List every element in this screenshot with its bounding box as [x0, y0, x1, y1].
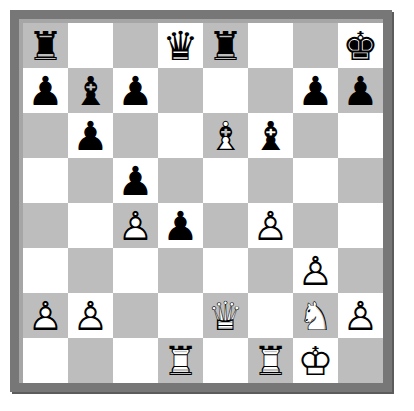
square-a2[interactable]: ♟♙ [23, 293, 68, 338]
square-c1[interactable] [113, 338, 158, 383]
white-piece-outline: ♖ [253, 341, 289, 381]
square-g5[interactable] [293, 158, 338, 203]
square-f8[interactable] [248, 23, 293, 68]
black-piece-glyph: ♝ [253, 116, 289, 156]
piece-black-pawn[interactable]: ♟ [73, 116, 109, 156]
square-c5[interactable]: ♟ [113, 158, 158, 203]
piece-black-rook[interactable]: ♜ [28, 26, 64, 66]
square-c4[interactable]: ♟♙ [113, 203, 158, 248]
square-e6[interactable]: ♝♗ [203, 113, 248, 158]
piece-white-pawn[interactable]: ♟♙ [73, 296, 109, 336]
square-d4[interactable]: ♟ [158, 203, 203, 248]
square-d1[interactable]: ♜♖ [158, 338, 203, 383]
chessboard-bevel: ♜♛♜♚♟♝♟♟♟♟♝♗♝♟♟♙♟♟♙♟♙♟♙♟♙♛♕♞♘♟♙♜♖♜♖♚♔ [19, 19, 383, 383]
square-d6[interactable] [158, 113, 203, 158]
piece-white-rook[interactable]: ♜♖ [163, 341, 199, 381]
square-e1[interactable] [203, 338, 248, 383]
square-e3[interactable] [203, 248, 248, 293]
square-g1[interactable]: ♚♔ [293, 338, 338, 383]
piece-black-pawn[interactable]: ♟ [163, 206, 199, 246]
square-a8[interactable]: ♜ [23, 23, 68, 68]
black-piece-glyph: ♟ [28, 71, 64, 111]
square-f3[interactable] [248, 248, 293, 293]
black-piece-glyph: ♛ [163, 26, 199, 66]
black-piece-glyph: ♟ [118, 71, 154, 111]
square-c2[interactable] [113, 293, 158, 338]
black-piece-glyph: ♟ [118, 161, 154, 201]
square-d3[interactable] [158, 248, 203, 293]
piece-black-pawn[interactable]: ♟ [118, 71, 154, 111]
piece-white-bishop[interactable]: ♝♗ [208, 116, 244, 156]
piece-black-rook[interactable]: ♜ [208, 26, 244, 66]
piece-black-pawn[interactable]: ♟ [118, 161, 154, 201]
square-d2[interactable] [158, 293, 203, 338]
black-piece-glyph: ♟ [298, 71, 334, 111]
piece-black-king[interactable]: ♚ [343, 26, 379, 66]
square-e8[interactable]: ♜ [203, 23, 248, 68]
white-piece-outline: ♘ [298, 296, 334, 336]
square-e5[interactable] [203, 158, 248, 203]
square-f6[interactable]: ♝ [248, 113, 293, 158]
square-a4[interactable] [23, 203, 68, 248]
square-b8[interactable] [68, 23, 113, 68]
square-h5[interactable] [338, 158, 383, 203]
white-piece-outline: ♙ [73, 296, 109, 336]
piece-white-pawn[interactable]: ♟♙ [28, 296, 64, 336]
square-e4[interactable] [203, 203, 248, 248]
square-b4[interactable] [68, 203, 113, 248]
white-piece-outline: ♙ [118, 206, 154, 246]
piece-white-pawn[interactable]: ♟♙ [343, 296, 379, 336]
piece-black-bishop[interactable]: ♝ [253, 116, 289, 156]
white-piece-outline: ♖ [163, 341, 199, 381]
chessboard-frame: ♜♛♜♚♟♝♟♟♟♟♝♗♝♟♟♙♟♟♙♟♙♟♙♟♙♛♕♞♘♟♙♜♖♜♖♚♔ [10, 10, 392, 392]
black-piece-glyph: ♟ [73, 116, 109, 156]
square-h6[interactable] [338, 113, 383, 158]
square-h8[interactable]: ♚ [338, 23, 383, 68]
white-piece-outline: ♕ [208, 296, 244, 336]
square-a3[interactable] [23, 248, 68, 293]
square-a5[interactable] [23, 158, 68, 203]
square-b7[interactable]: ♝ [68, 68, 113, 113]
piece-black-bishop[interactable]: ♝ [73, 71, 109, 111]
black-piece-glyph: ♟ [343, 71, 379, 111]
square-f4[interactable]: ♟♙ [248, 203, 293, 248]
square-f1[interactable]: ♜♖ [248, 338, 293, 383]
square-d7[interactable] [158, 68, 203, 113]
piece-white-pawn[interactable]: ♟♙ [298, 251, 334, 291]
square-g7[interactable]: ♟ [293, 68, 338, 113]
square-b2[interactable]: ♟♙ [68, 293, 113, 338]
piece-white-pawn[interactable]: ♟♙ [253, 206, 289, 246]
square-e2[interactable]: ♛♕ [203, 293, 248, 338]
square-a1[interactable] [23, 338, 68, 383]
square-h7[interactable]: ♟ [338, 68, 383, 113]
square-g4[interactable] [293, 203, 338, 248]
white-piece-outline: ♙ [28, 296, 64, 336]
square-d8[interactable]: ♛ [158, 23, 203, 68]
square-c3[interactable] [113, 248, 158, 293]
diagram-page: ♜♛♜♚♟♝♟♟♟♟♝♗♝♟♟♙♟♟♙♟♙♟♙♟♙♛♕♞♘♟♙♜♖♜♖♚♔ [0, 0, 414, 411]
black-piece-glyph: ♟ [163, 206, 199, 246]
white-piece-outline: ♙ [253, 206, 289, 246]
square-b1[interactable] [68, 338, 113, 383]
square-g8[interactable] [293, 23, 338, 68]
piece-black-pawn[interactable]: ♟ [343, 71, 379, 111]
square-a6[interactable] [23, 113, 68, 158]
piece-black-pawn[interactable]: ♟ [298, 71, 334, 111]
white-piece-outline: ♗ [208, 116, 244, 156]
piece-black-pawn[interactable]: ♟ [28, 71, 64, 111]
square-h2[interactable]: ♟♙ [338, 293, 383, 338]
black-piece-glyph: ♜ [208, 26, 244, 66]
square-h1[interactable] [338, 338, 383, 383]
piece-black-queen[interactable]: ♛ [163, 26, 199, 66]
square-g2[interactable]: ♞♘ [293, 293, 338, 338]
square-h4[interactable] [338, 203, 383, 248]
square-c8[interactable] [113, 23, 158, 68]
white-piece-outline: ♙ [298, 251, 334, 291]
chessboard: ♜♛♜♚♟♝♟♟♟♟♝♗♝♟♟♙♟♟♙♟♙♟♙♟♙♛♕♞♘♟♙♜♖♜♖♚♔ [23, 23, 383, 383]
square-c7[interactable]: ♟ [113, 68, 158, 113]
black-piece-glyph: ♜ [28, 26, 64, 66]
black-piece-glyph: ♚ [343, 26, 379, 66]
square-f2[interactable] [248, 293, 293, 338]
piece-white-pawn[interactable]: ♟♙ [118, 206, 154, 246]
square-b3[interactable] [68, 248, 113, 293]
square-e7[interactable] [203, 68, 248, 113]
square-b5[interactable] [68, 158, 113, 203]
square-f7[interactable] [248, 68, 293, 113]
square-c6[interactable] [113, 113, 158, 158]
square-g3[interactable]: ♟♙ [293, 248, 338, 293]
piece-white-queen[interactable]: ♛♕ [208, 296, 244, 336]
square-g6[interactable] [293, 113, 338, 158]
piece-white-rook[interactable]: ♜♖ [253, 341, 289, 381]
piece-white-knight[interactable]: ♞♘ [298, 296, 334, 336]
square-h3[interactable] [338, 248, 383, 293]
square-f5[interactable] [248, 158, 293, 203]
square-b6[interactable]: ♟ [68, 113, 113, 158]
square-a7[interactable]: ♟ [23, 68, 68, 113]
white-piece-outline: ♙ [343, 296, 379, 336]
white-piece-outline: ♔ [298, 341, 334, 381]
black-piece-glyph: ♝ [73, 71, 109, 111]
piece-white-king[interactable]: ♚♔ [298, 341, 334, 381]
square-d5[interactable] [158, 158, 203, 203]
